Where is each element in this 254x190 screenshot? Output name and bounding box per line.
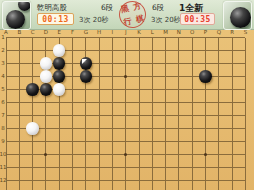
- star-point: [44, 153, 47, 156]
- top-bar: 乾明高股 6段 00:13 3次 20秒 黑 方 行 棋 6段 1全新 3次 2…: [0, 0, 254, 30]
- left-player-clock: 00:13: [37, 13, 74, 25]
- grid-horizontal-line: [6, 180, 245, 181]
- row-label: 1: [0, 34, 7, 41]
- grid-horizontal-line: [6, 37, 245, 38]
- row-label: 4: [0, 73, 7, 80]
- column-label: E: [55, 30, 64, 36]
- column-label: I: [108, 30, 117, 36]
- row-label: 12: [0, 177, 7, 184]
- avatar-stone-icon: [6, 10, 25, 29]
- column-label: L: [148, 30, 157, 36]
- left-player-byoyomi: 3次 20秒: [79, 15, 109, 25]
- black-stone: [80, 57, 93, 70]
- column-label: H: [95, 30, 104, 36]
- white-stone: [40, 57, 53, 70]
- star-point: [124, 75, 127, 78]
- black-stone: [40, 83, 53, 96]
- column-label: K: [135, 30, 144, 36]
- left-player-avatar[interactable]: [2, 1, 31, 30]
- row-label: 7: [0, 112, 7, 119]
- column-label: P: [201, 30, 210, 36]
- white-stone: [53, 44, 66, 57]
- column-label: M: [161, 30, 170, 36]
- avatar-stone-icon: [18, 1, 31, 11]
- grid-horizontal-line: [6, 128, 245, 129]
- left-player-rank: 6段: [101, 3, 113, 13]
- column-label: O: [188, 30, 197, 36]
- avatar-stone-icon: [230, 7, 251, 28]
- column-label: J: [121, 30, 130, 36]
- column-label: S: [241, 30, 250, 36]
- grid-horizontal-line: [6, 141, 245, 142]
- black-stone: [26, 83, 39, 96]
- column-label: B: [15, 30, 24, 36]
- column-label: C: [28, 30, 37, 36]
- column-label: N: [174, 30, 183, 36]
- grid-horizontal-line: [6, 115, 245, 116]
- row-label: 8: [0, 125, 7, 132]
- go-app-screen: 乾明高股 6段 00:13 3次 20秒 黑 方 行 棋 6段 1全新 3次 2…: [0, 0, 254, 190]
- left-player-name: 乾明高股: [37, 3, 67, 13]
- row-label: 2: [0, 47, 7, 54]
- column-label: R: [228, 30, 237, 36]
- column-label: Q: [214, 30, 223, 36]
- go-board[interactable]: ABCDEFGHIJKLMNOPQRS123456789101112131415…: [0, 30, 254, 190]
- column-label: F: [68, 30, 77, 36]
- row-label: 11: [0, 164, 7, 171]
- grid-horizontal-line: [6, 102, 245, 103]
- right-player-avatar[interactable]: [223, 1, 252, 30]
- white-stone: [53, 83, 66, 96]
- black-stone: [53, 57, 66, 70]
- black-stone: [199, 70, 212, 83]
- left-clock-value: 00:13: [42, 15, 69, 24]
- row-label: 6: [0, 99, 7, 106]
- row-label: 10: [0, 151, 7, 158]
- white-stone: [26, 122, 39, 135]
- right-clock-value: 00:35: [184, 15, 211, 24]
- grid-horizontal-line: [6, 167, 245, 168]
- grid-horizontal-line: [6, 50, 245, 51]
- row-label: 5: [0, 86, 7, 93]
- row-label: 3: [0, 60, 7, 67]
- right-player-clock: 00:35: [180, 13, 215, 25]
- seal-char: 棋: [133, 12, 148, 27]
- last-move-marker: [82, 59, 87, 64]
- right-player-byoyomi: 3次 20秒: [151, 15, 181, 25]
- right-player-rank: 6段: [152, 3, 164, 13]
- row-label: 9: [0, 138, 7, 145]
- star-point: [204, 153, 207, 156]
- turn-indicator-seal: 黑 方 行 棋: [116, 0, 148, 31]
- column-label: G: [81, 30, 90, 36]
- white-stone: [40, 70, 53, 83]
- black-stone: [80, 70, 93, 83]
- star-point: [124, 153, 127, 156]
- column-label: D: [41, 30, 50, 36]
- black-stone: [53, 70, 66, 83]
